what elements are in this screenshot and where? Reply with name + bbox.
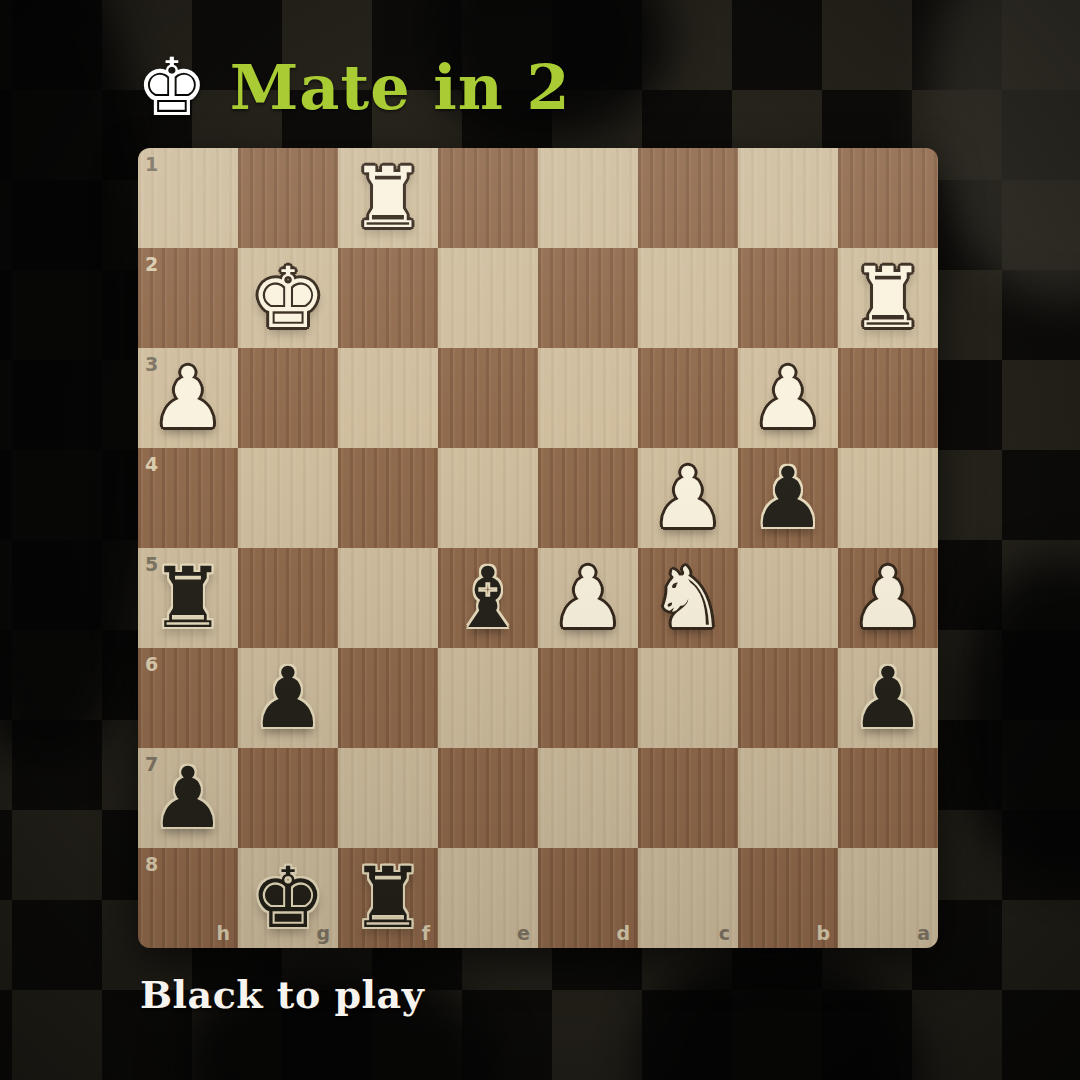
square-d7[interactable] <box>538 748 638 848</box>
square-c4[interactable]: ♟︎ <box>638 448 738 548</box>
square-c3[interactable] <box>638 348 738 448</box>
square-d4[interactable] <box>538 448 638 548</box>
square-c5[interactable]: ♞ <box>638 548 738 648</box>
piece-white-rook-a2: ♜ <box>838 248 938 348</box>
square-h3[interactable]: 3♟︎ <box>138 348 238 448</box>
square-d1[interactable] <box>538 148 638 248</box>
rank-label-2: 2 <box>145 253 158 275</box>
square-f2[interactable] <box>338 248 438 348</box>
chess-board: 1♜2♚♜3♟︎♟︎4♟︎♟︎5♜♝♟︎♞♟︎6♟︎♟︎7♟︎8hg♚f♜edc… <box>138 148 938 948</box>
rank-label-6: 6 <box>145 653 158 675</box>
square-g2[interactable]: ♚ <box>238 248 338 348</box>
square-h5[interactable]: 5♜ <box>138 548 238 648</box>
header: ♚ Mate in 2 <box>136 48 571 128</box>
square-d3[interactable] <box>538 348 638 448</box>
piece-white-pawn-c4: ♟︎ <box>638 448 738 548</box>
square-h8[interactable]: 8h <box>138 848 238 948</box>
square-b5[interactable] <box>738 548 838 648</box>
file-label-h: h <box>216 922 230 944</box>
square-e5[interactable]: ♝ <box>438 548 538 648</box>
square-a3[interactable] <box>838 348 938 448</box>
square-d6[interactable] <box>538 648 638 748</box>
square-f6[interactable] <box>338 648 438 748</box>
square-h2[interactable]: 2 <box>138 248 238 348</box>
piece-black-pawn-b4: ♟︎ <box>738 448 838 548</box>
square-a8[interactable]: a <box>838 848 938 948</box>
square-a5[interactable]: ♟︎ <box>838 548 938 648</box>
square-h1[interactable]: 1 <box>138 148 238 248</box>
rank-label-5: 5 <box>145 553 158 575</box>
square-d8[interactable]: d <box>538 848 638 948</box>
piece-white-pawn-d5: ♟︎ <box>538 548 638 648</box>
piece-white-pawn-b3: ♟︎ <box>738 348 838 448</box>
piece-white-knight-c5: ♞ <box>638 548 738 648</box>
file-label-g: g <box>316 922 330 944</box>
square-c7[interactable] <box>638 748 738 848</box>
square-g5[interactable] <box>238 548 338 648</box>
square-c6[interactable] <box>638 648 738 748</box>
piece-white-king-g2: ♚ <box>238 248 338 348</box>
white-king-icon: ♚ <box>136 48 208 128</box>
square-g8[interactable]: g♚ <box>238 848 338 948</box>
square-h4[interactable]: 4 <box>138 448 238 548</box>
file-label-b: b <box>816 922 830 944</box>
square-b7[interactable] <box>738 748 838 848</box>
square-a2[interactable]: ♜ <box>838 248 938 348</box>
square-f3[interactable] <box>338 348 438 448</box>
rank-label-7: 7 <box>145 753 158 775</box>
piece-white-rook-f1: ♜ <box>338 148 438 248</box>
square-a4[interactable] <box>838 448 938 548</box>
square-h7[interactable]: 7♟︎ <box>138 748 238 848</box>
square-f8[interactable]: f♜ <box>338 848 438 948</box>
file-label-d: d <box>616 922 630 944</box>
piece-black-bishop-e5: ♝ <box>438 548 538 648</box>
square-c8[interactable]: c <box>638 848 738 948</box>
square-g3[interactable] <box>238 348 338 448</box>
file-label-f: f <box>422 922 430 944</box>
rank-label-1: 1 <box>145 153 158 175</box>
square-b4[interactable]: ♟︎ <box>738 448 838 548</box>
square-e1[interactable] <box>438 148 538 248</box>
rank-label-8: 8 <box>145 853 158 875</box>
side-to-move-caption: Black to play <box>140 972 424 1017</box>
rank-label-3: 3 <box>145 353 158 375</box>
square-f4[interactable] <box>338 448 438 548</box>
square-g7[interactable] <box>238 748 338 848</box>
square-a6[interactable]: ♟︎ <box>838 648 938 748</box>
square-c1[interactable] <box>638 148 738 248</box>
square-b8[interactable]: b <box>738 848 838 948</box>
square-a1[interactable] <box>838 148 938 248</box>
rank-label-4: 4 <box>145 453 158 475</box>
square-e2[interactable] <box>438 248 538 348</box>
square-e3[interactable] <box>438 348 538 448</box>
square-e4[interactable] <box>438 448 538 548</box>
piece-black-pawn-g6: ♟︎ <box>238 648 338 748</box>
square-d2[interactable] <box>538 248 638 348</box>
file-label-a: a <box>917 922 930 944</box>
piece-white-pawn-a5: ♟︎ <box>838 548 938 648</box>
page-title: Mate in 2 <box>230 57 571 119</box>
square-e8[interactable]: e <box>438 848 538 948</box>
square-e7[interactable] <box>438 748 538 848</box>
square-f5[interactable] <box>338 548 438 648</box>
square-c2[interactable] <box>638 248 738 348</box>
square-g1[interactable] <box>238 148 338 248</box>
square-a7[interactable] <box>838 748 938 848</box>
square-g6[interactable]: ♟︎ <box>238 648 338 748</box>
square-d5[interactable]: ♟︎ <box>538 548 638 648</box>
square-h6[interactable]: 6 <box>138 648 238 748</box>
square-b1[interactable] <box>738 148 838 248</box>
square-f1[interactable]: ♜ <box>338 148 438 248</box>
piece-black-pawn-a6: ♟︎ <box>838 648 938 748</box>
square-b2[interactable] <box>738 248 838 348</box>
file-label-c: c <box>719 922 730 944</box>
square-b3[interactable]: ♟︎ <box>738 348 838 448</box>
file-label-e: e <box>517 922 530 944</box>
square-f7[interactable] <box>338 748 438 848</box>
square-b6[interactable] <box>738 648 838 748</box>
square-e6[interactable] <box>438 648 538 748</box>
square-g4[interactable] <box>238 448 338 548</box>
